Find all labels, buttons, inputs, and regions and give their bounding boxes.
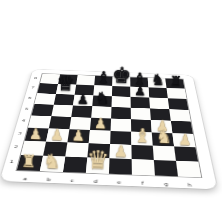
file-label-e: e	[107, 179, 131, 185]
square-d7	[93, 85, 112, 96]
square-d2	[87, 143, 110, 158]
square-b5	[51, 105, 73, 117]
square-d6: ♞	[92, 95, 112, 107]
white-pawn-piece: ♟	[29, 126, 43, 141]
square-b3: ♟	[46, 128, 69, 142]
file-labels: abcdefgh	[13, 176, 202, 188]
square-e8: ♚	[112, 76, 130, 86]
black-knight-piece: ♞	[151, 72, 165, 88]
square-d5	[91, 106, 111, 118]
square-a1: ♜	[17, 155, 43, 171]
black-rook-piece: ♜	[169, 75, 182, 89]
square-g1	[154, 160, 178, 176]
square-f6	[131, 97, 150, 109]
square-e2: ♟	[110, 144, 132, 159]
chessboard: ♝♚♝♞♜♛♟♟♞♟♟♟♟♟♝♞♟♟♜♞♛	[16, 73, 203, 178]
board-tilt-wrapper: ♝♚♝♞♜♛♟♟♞♟♟♟♟♟♝♞♟♟♜♞♛ abcdefgh 87654321	[16, 25, 207, 215]
square-b2	[43, 142, 67, 157]
square-c1	[63, 156, 87, 172]
square-c2	[65, 142, 89, 157]
vinyl-board-mat: ♝♚♝♞♜♛♟♟♞♟♟♟♟♟♝♞♟♟♜♞♛ abcdefgh 87654321	[0, 69, 217, 189]
board-perspective-wrapper: ♝♚♝♞♜♛♟♟♞♟♟♟♟♟♝♞♟♟♜♞♛ abcdefgh 87654321	[0, 69, 217, 189]
square-b1: ♞	[40, 156, 65, 172]
square-d4: ♟	[90, 118, 111, 131]
square-d1: ♛	[86, 157, 110, 173]
square-g2	[153, 146, 176, 161]
square-e6	[112, 96, 131, 108]
square-a4	[28, 115, 51, 128]
square-h7	[167, 88, 187, 99]
square-c6: ♟	[73, 95, 93, 106]
file-label-g: g	[154, 181, 178, 187]
file-label-a: a	[13, 176, 38, 182]
black-pawn-piece: ♟	[77, 92, 90, 106]
square-e5	[111, 107, 131, 119]
white-pawn-piece: ♟	[178, 132, 192, 147]
file-label-b: b	[36, 176, 60, 182]
square-g3: ♞	[152, 132, 174, 146]
square-e3	[110, 131, 131, 145]
square-g8: ♞	[148, 78, 167, 88]
square-g6	[149, 97, 169, 109]
square-b4	[49, 116, 71, 129]
square-h4	[171, 121, 193, 134]
square-f8: ♝	[130, 77, 148, 87]
square-h5	[169, 109, 190, 121]
black-bishop-piece: ♝	[132, 70, 147, 87]
square-c4	[69, 117, 91, 130]
square-e7	[112, 86, 131, 97]
file-label-h: h	[178, 182, 202, 188]
square-d3	[89, 130, 111, 144]
product-photo: ♝♚♝♞♜♛♟♟♞♟♟♟♟♟♝♞♟♟♜♞♛ abcdefgh 87654321	[0, 0, 222, 222]
square-f3: ♝	[131, 132, 153, 146]
square-a7	[37, 83, 58, 94]
square-b7: ♛	[56, 84, 76, 95]
square-e4	[111, 118, 132, 131]
square-g4: ♟	[151, 120, 173, 133]
square-a3: ♟	[25, 128, 49, 142]
square-e1	[109, 158, 132, 174]
black-bishop-piece: ♝	[96, 69, 111, 86]
square-f5	[131, 108, 151, 120]
square-b6	[54, 94, 75, 105]
rank-label-6: 6	[25, 92, 36, 103]
square-f7: ♟	[130, 87, 149, 98]
square-c8	[76, 75, 95, 85]
square-f4	[131, 119, 152, 132]
square-h8: ♜	[165, 78, 184, 88]
square-g5	[150, 108, 171, 120]
square-a2	[21, 141, 46, 156]
white-pawn-piece: ♟	[71, 128, 85, 143]
square-a5	[31, 104, 53, 116]
square-c3: ♟	[67, 129, 90, 143]
square-f2	[131, 145, 153, 160]
square-h3: ♟	[172, 133, 195, 147]
square-d8: ♝	[94, 76, 112, 86]
square-g7	[148, 87, 167, 98]
square-a8	[40, 74, 60, 84]
square-h2	[174, 146, 198, 161]
square-b8	[58, 74, 78, 84]
file-label-d: d	[84, 178, 108, 184]
square-c7	[75, 85, 95, 96]
square-h1	[176, 161, 201, 177]
black-king-piece: ♚	[112, 64, 132, 86]
square-h6	[168, 98, 189, 110]
square-f1	[132, 159, 155, 175]
square-a6	[35, 93, 56, 104]
file-label-c: c	[60, 177, 84, 183]
white-pawn-piece: ♟	[50, 127, 64, 142]
white-pawn-piece: ♟	[114, 143, 129, 159]
white-rook-piece: ♜	[21, 153, 37, 171]
file-label-f: f	[131, 180, 155, 186]
square-c5	[71, 105, 92, 117]
